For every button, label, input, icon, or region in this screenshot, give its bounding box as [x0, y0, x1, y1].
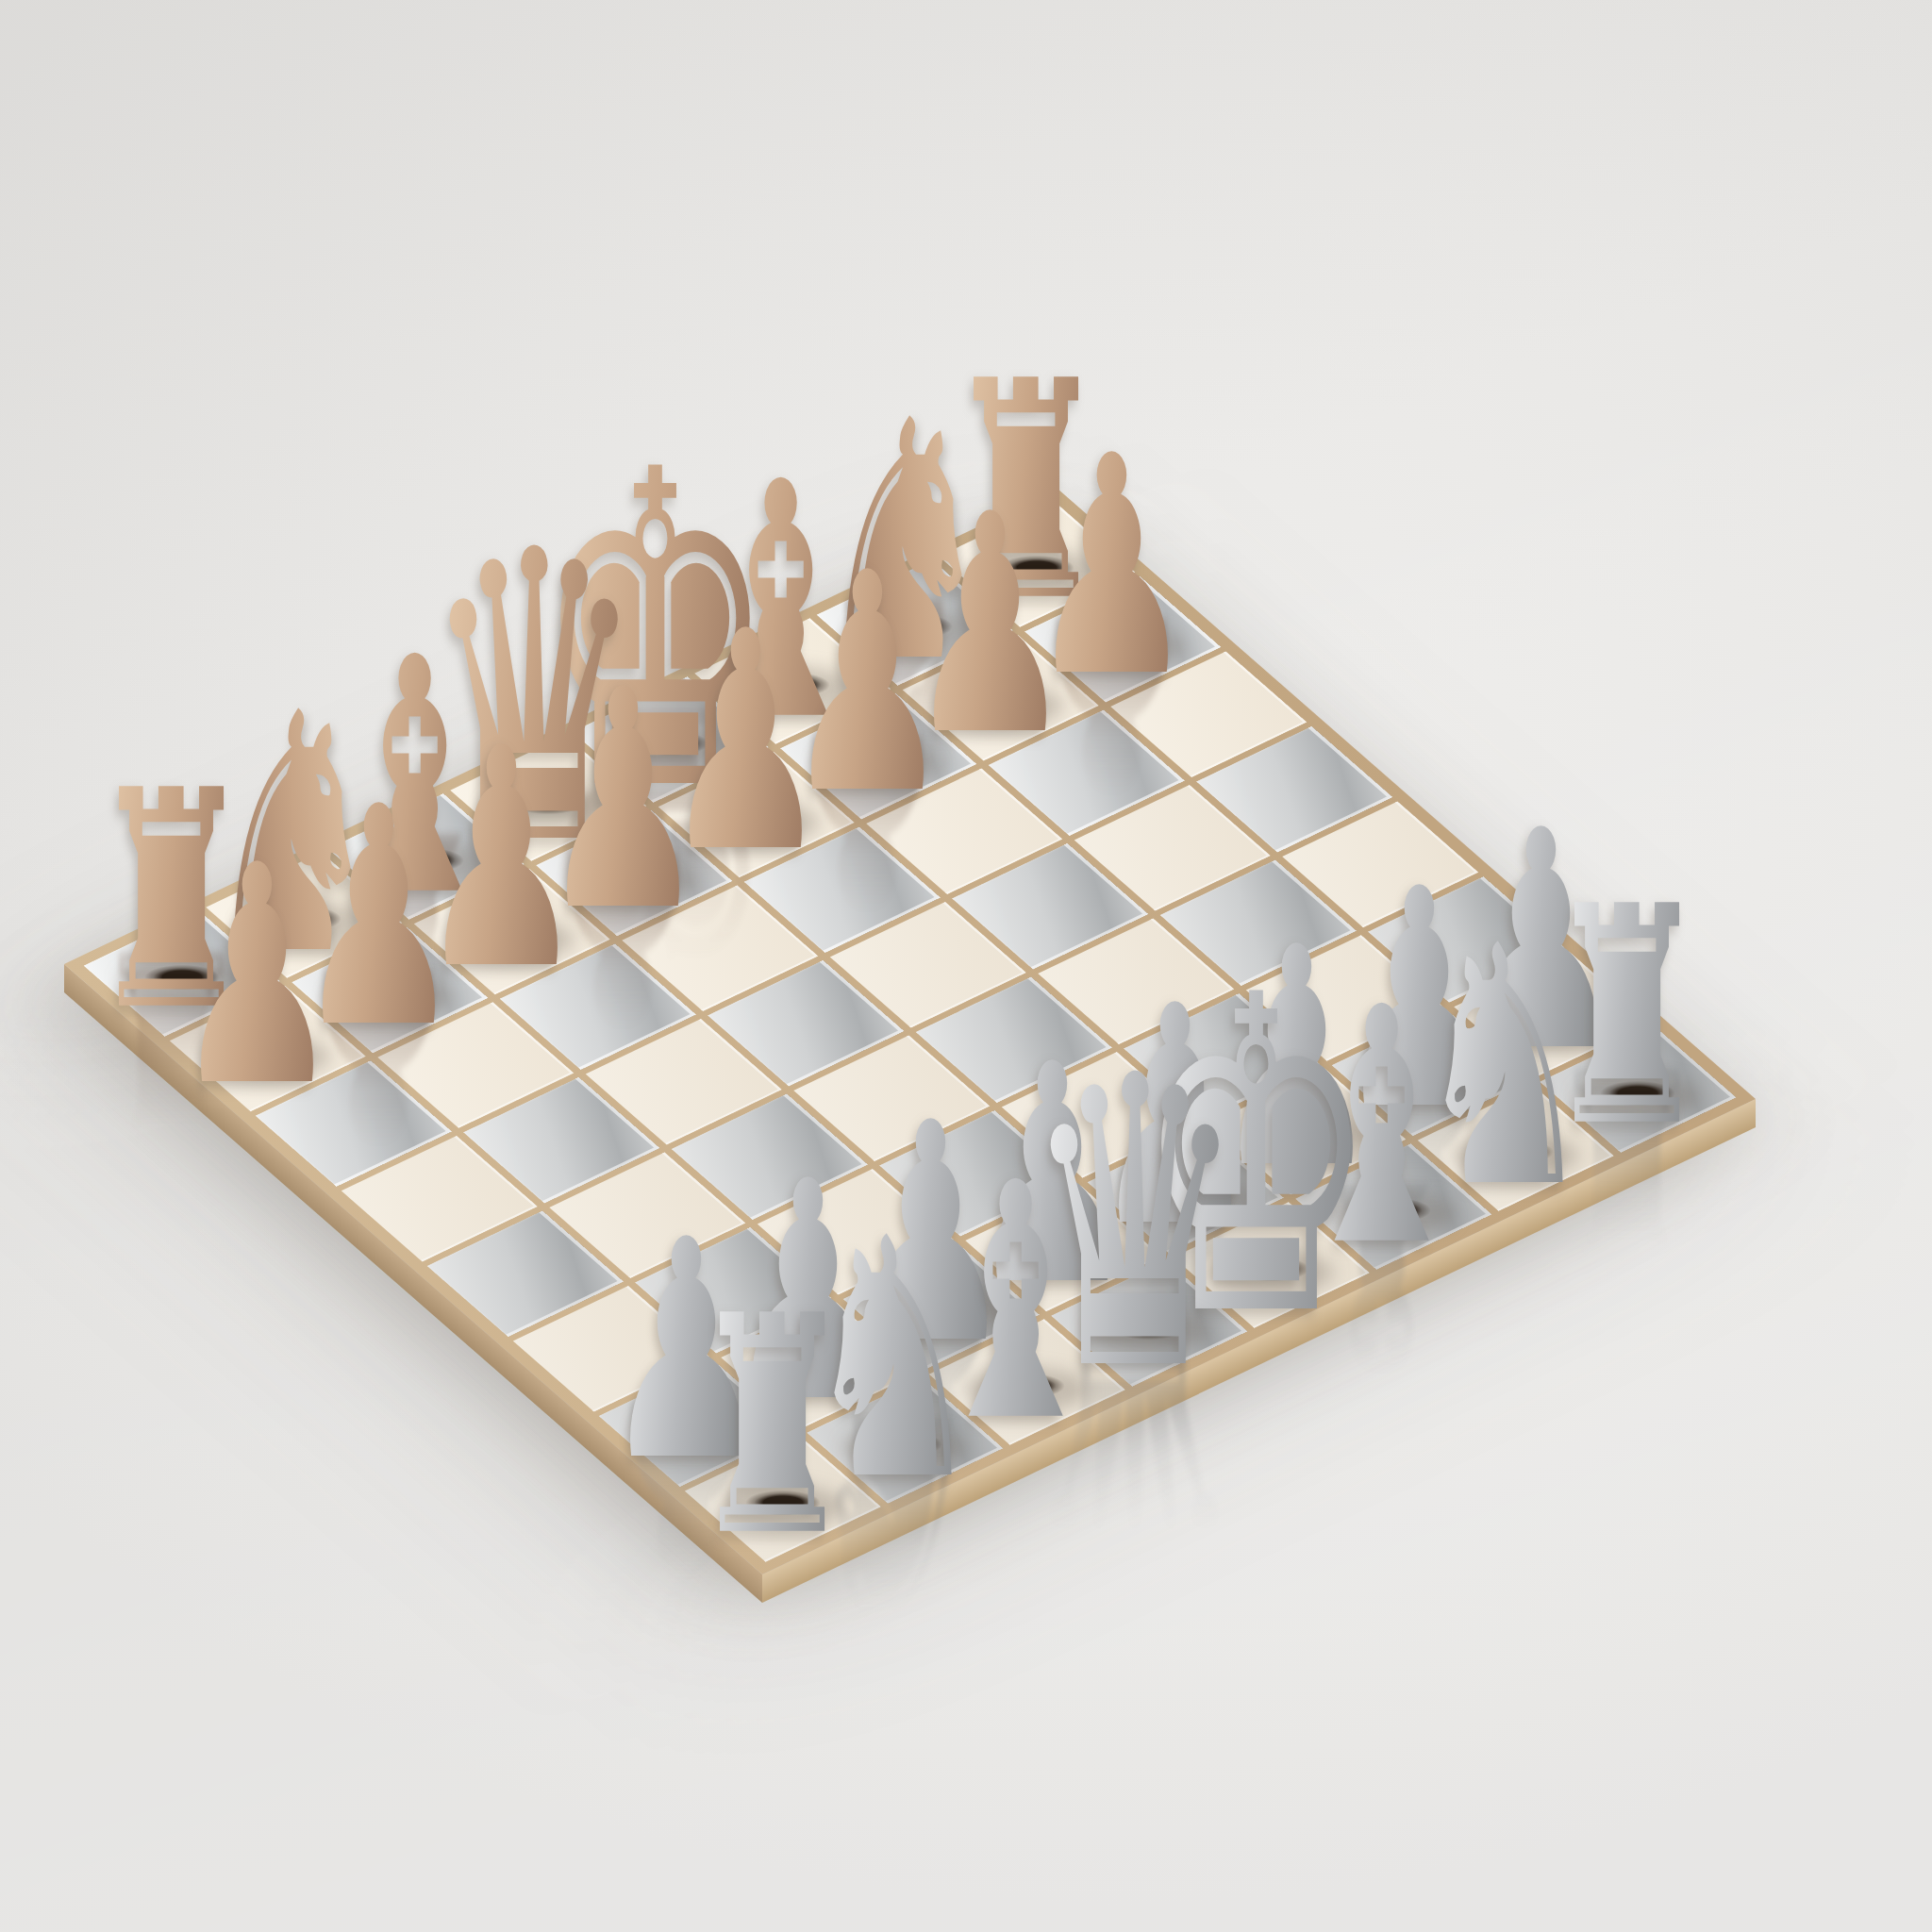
chess-set-photo: ♜♜♞♝♝♛♚♚♝♞♞♜♟♟♟♟♟♟♟♟♟♟♟♟♟♟♟♟♟♟♟♟♟♟♟♟♜♞♞♝… — [0, 0, 1932, 1932]
piece-white-rook-a1[interactable]: ♜ — [689, 1276, 856, 1576]
piece-black-pawn-a7[interactable]: ♟ — [173, 824, 341, 1126]
